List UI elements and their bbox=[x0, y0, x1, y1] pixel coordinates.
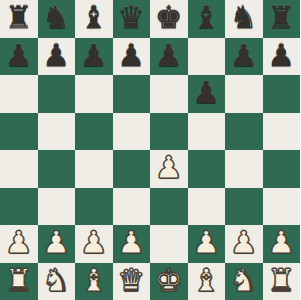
white-knight[interactable]: ♞ bbox=[42, 265, 70, 296]
square-c5[interactable] bbox=[75, 113, 113, 151]
square-a4[interactable] bbox=[0, 150, 38, 188]
white-pawn[interactable]: ♟ bbox=[5, 227, 33, 258]
square-h3[interactable] bbox=[263, 188, 301, 226]
white-king[interactable]: ♚ bbox=[155, 265, 183, 296]
square-d8[interactable]: ♛ bbox=[113, 0, 151, 38]
square-f6[interactable]: ♟ bbox=[188, 75, 226, 113]
square-c7[interactable]: ♟ bbox=[75, 38, 113, 76]
white-bishop[interactable]: ♝ bbox=[192, 265, 220, 296]
square-a1[interactable]: ♜ bbox=[0, 263, 38, 300]
black-pawn[interactable]: ♟ bbox=[117, 40, 145, 71]
black-pawn[interactable]: ♟ bbox=[5, 40, 33, 71]
square-b4[interactable] bbox=[38, 150, 76, 188]
square-f7[interactable] bbox=[188, 38, 226, 76]
white-pawn[interactable]: ♟ bbox=[80, 227, 108, 258]
square-b3[interactable] bbox=[38, 188, 76, 226]
square-e2[interactable] bbox=[150, 225, 188, 263]
square-g7[interactable]: ♟ bbox=[225, 38, 263, 76]
square-d7[interactable]: ♟ bbox=[113, 38, 151, 76]
black-pawn[interactable]: ♟ bbox=[80, 40, 108, 71]
white-pawn[interactable]: ♟ bbox=[117, 227, 145, 258]
square-d3[interactable] bbox=[113, 188, 151, 226]
square-g1[interactable]: ♞ bbox=[225, 263, 263, 300]
chess-board: ♜♞♝♛♚♝♞♜♟♟♟♟♟♟♟♟♟♟♟♟♟♟♟♟♜♞♝♛♚♝♞♜ bbox=[0, 0, 300, 300]
square-e3[interactable] bbox=[150, 188, 188, 226]
white-rook[interactable]: ♜ bbox=[267, 265, 295, 296]
square-h6[interactable] bbox=[263, 75, 301, 113]
square-c2[interactable]: ♟ bbox=[75, 225, 113, 263]
white-pawn[interactable]: ♟ bbox=[267, 227, 295, 258]
black-pawn[interactable]: ♟ bbox=[230, 40, 258, 71]
square-g8[interactable]: ♞ bbox=[225, 0, 263, 38]
square-d4[interactable] bbox=[113, 150, 151, 188]
square-d6[interactable] bbox=[113, 75, 151, 113]
black-pawn[interactable]: ♟ bbox=[267, 40, 295, 71]
square-a3[interactable] bbox=[0, 188, 38, 226]
white-knight[interactable]: ♞ bbox=[230, 265, 258, 296]
black-knight[interactable]: ♞ bbox=[230, 2, 258, 33]
square-b1[interactable]: ♞ bbox=[38, 263, 76, 300]
square-d1[interactable]: ♛ bbox=[113, 263, 151, 300]
square-c3[interactable] bbox=[75, 188, 113, 226]
white-pawn[interactable]: ♟ bbox=[230, 227, 258, 258]
square-h5[interactable] bbox=[263, 113, 301, 151]
square-f2[interactable]: ♟ bbox=[188, 225, 226, 263]
square-g2[interactable]: ♟ bbox=[225, 225, 263, 263]
square-g5[interactable] bbox=[225, 113, 263, 151]
square-b5[interactable] bbox=[38, 113, 76, 151]
square-f8[interactable]: ♝ bbox=[188, 0, 226, 38]
square-b8[interactable]: ♞ bbox=[38, 0, 76, 38]
black-pawn[interactable]: ♟ bbox=[42, 40, 70, 71]
black-king[interactable]: ♚ bbox=[155, 2, 183, 33]
white-pawn[interactable]: ♟ bbox=[192, 227, 220, 258]
black-pawn[interactable]: ♟ bbox=[192, 77, 220, 108]
square-e1[interactable]: ♚ bbox=[150, 263, 188, 300]
square-b2[interactable]: ♟ bbox=[38, 225, 76, 263]
square-h4[interactable] bbox=[263, 150, 301, 188]
square-a7[interactable]: ♟ bbox=[0, 38, 38, 76]
square-a6[interactable] bbox=[0, 75, 38, 113]
black-knight[interactable]: ♞ bbox=[42, 2, 70, 33]
square-f1[interactable]: ♝ bbox=[188, 263, 226, 300]
square-d5[interactable] bbox=[113, 113, 151, 151]
square-h7[interactable]: ♟ bbox=[263, 38, 301, 76]
black-bishop[interactable]: ♝ bbox=[192, 2, 220, 33]
square-b6[interactable] bbox=[38, 75, 76, 113]
square-f5[interactable] bbox=[188, 113, 226, 151]
square-e7[interactable]: ♟ bbox=[150, 38, 188, 76]
square-h2[interactable]: ♟ bbox=[263, 225, 301, 263]
white-pawn[interactable]: ♟ bbox=[155, 152, 183, 183]
white-queen[interactable]: ♛ bbox=[117, 265, 145, 296]
black-bishop[interactable]: ♝ bbox=[80, 2, 108, 33]
white-pawn[interactable]: ♟ bbox=[42, 227, 70, 258]
square-f3[interactable] bbox=[188, 188, 226, 226]
square-g6[interactable] bbox=[225, 75, 263, 113]
square-c6[interactable] bbox=[75, 75, 113, 113]
square-a8[interactable]: ♜ bbox=[0, 0, 38, 38]
square-c8[interactable]: ♝ bbox=[75, 0, 113, 38]
square-a5[interactable] bbox=[0, 113, 38, 151]
square-d2[interactable]: ♟ bbox=[113, 225, 151, 263]
square-g3[interactable] bbox=[225, 188, 263, 226]
black-rook[interactable]: ♜ bbox=[267, 2, 295, 33]
square-c4[interactable] bbox=[75, 150, 113, 188]
square-f4[interactable] bbox=[188, 150, 226, 188]
square-h1[interactable]: ♜ bbox=[263, 263, 301, 300]
white-bishop[interactable]: ♝ bbox=[80, 265, 108, 296]
square-g4[interactable] bbox=[225, 150, 263, 188]
black-queen[interactable]: ♛ bbox=[117, 2, 145, 33]
square-e6[interactable] bbox=[150, 75, 188, 113]
square-e4[interactable]: ♟ bbox=[150, 150, 188, 188]
black-rook[interactable]: ♜ bbox=[5, 2, 33, 33]
square-h8[interactable]: ♜ bbox=[263, 0, 301, 38]
square-c1[interactable]: ♝ bbox=[75, 263, 113, 300]
white-rook[interactable]: ♜ bbox=[5, 265, 33, 296]
square-b7[interactable]: ♟ bbox=[38, 38, 76, 76]
square-a2[interactable]: ♟ bbox=[0, 225, 38, 263]
square-e5[interactable] bbox=[150, 113, 188, 151]
square-e8[interactable]: ♚ bbox=[150, 0, 188, 38]
black-pawn[interactable]: ♟ bbox=[155, 40, 183, 71]
